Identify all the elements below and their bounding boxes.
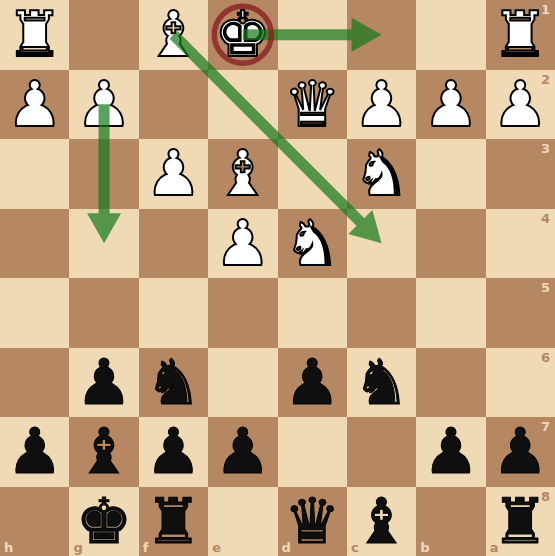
rank-label-8: 8 <box>541 490 550 503</box>
piece-black-bishop[interactable]: ♝ <box>353 490 409 553</box>
piece-black-knight[interactable]: ♞ <box>145 351 201 414</box>
rank-label-2: 2 <box>541 73 550 86</box>
square-a5[interactable]: 5 <box>486 278 555 348</box>
square-h8[interactable]: h <box>0 487 69 556</box>
square-e1[interactable]: ♚ <box>208 0 277 70</box>
square-f7[interactable]: ♟ <box>139 417 208 487</box>
square-g1[interactable] <box>69 0 138 70</box>
square-h7[interactable]: ♟ <box>0 417 69 487</box>
piece-white-pawn[interactable]: ♟ <box>353 73 409 136</box>
file-label-b: b <box>420 541 429 554</box>
square-f6[interactable]: ♞ <box>139 348 208 418</box>
file-label-d: d <box>282 541 291 554</box>
square-e5[interactable] <box>208 278 277 348</box>
piece-white-rook[interactable]: ♜ <box>6 3 62 66</box>
square-c2[interactable]: ♟ <box>347 70 416 140</box>
piece-black-rook[interactable]: ♜ <box>145 490 201 553</box>
square-c3[interactable]: ♞ <box>347 139 416 209</box>
chess-board: ♜♝♚♜1♟♟♛♟♟♟2♟♝♞3♟♞45♟♞♟♞6♟♝♟♟♟♟7h♚g♜fe♛d… <box>0 0 555 556</box>
file-label-a: a <box>490 541 499 554</box>
square-d5[interactable] <box>278 278 347 348</box>
piece-black-pawn[interactable]: ♟ <box>145 420 201 483</box>
square-g6[interactable]: ♟ <box>69 348 138 418</box>
square-h6[interactable] <box>0 348 69 418</box>
piece-white-pawn[interactable]: ♟ <box>145 142 201 205</box>
square-a7[interactable]: ♟7 <box>486 417 555 487</box>
piece-black-queen[interactable]: ♛ <box>284 490 340 553</box>
square-b5[interactable] <box>416 278 485 348</box>
square-h1[interactable]: ♜ <box>0 0 69 70</box>
rank-label-1: 1 <box>541 3 550 16</box>
square-a3[interactable]: 3 <box>486 139 555 209</box>
rank-label-5: 5 <box>541 281 550 294</box>
square-e2[interactable] <box>208 70 277 140</box>
square-g4[interactable] <box>69 209 138 279</box>
square-e8[interactable]: e <box>208 487 277 556</box>
square-f2[interactable] <box>139 70 208 140</box>
piece-black-pawn[interactable]: ♟ <box>215 420 271 483</box>
file-label-g: g <box>73 541 82 554</box>
square-c8[interactable]: ♝c <box>347 487 416 556</box>
piece-black-pawn[interactable]: ♟ <box>76 351 132 414</box>
square-c1[interactable] <box>347 0 416 70</box>
square-b1[interactable] <box>416 0 485 70</box>
square-d3[interactable] <box>278 139 347 209</box>
square-a6[interactable]: 6 <box>486 348 555 418</box>
square-c6[interactable]: ♞ <box>347 348 416 418</box>
square-g5[interactable] <box>69 278 138 348</box>
square-c7[interactable] <box>347 417 416 487</box>
piece-black-bishop[interactable]: ♝ <box>76 420 132 483</box>
square-g7[interactable]: ♝ <box>69 417 138 487</box>
square-g8[interactable]: ♚g <box>69 487 138 556</box>
square-d2[interactable]: ♛ <box>278 70 347 140</box>
square-e6[interactable] <box>208 348 277 418</box>
piece-black-pawn[interactable]: ♟ <box>284 351 340 414</box>
piece-black-pawn[interactable]: ♟ <box>423 420 479 483</box>
file-label-h: h <box>4 541 13 554</box>
file-label-c: c <box>351 541 359 554</box>
square-a8[interactable]: ♜8a <box>486 487 555 556</box>
file-label-f: f <box>143 541 149 554</box>
square-e3[interactable]: ♝ <box>208 139 277 209</box>
square-g2[interactable]: ♟ <box>69 70 138 140</box>
square-h5[interactable] <box>0 278 69 348</box>
square-f3[interactable]: ♟ <box>139 139 208 209</box>
square-e4[interactable]: ♟ <box>208 209 277 279</box>
square-b6[interactable] <box>416 348 485 418</box>
board-squares: ♜♝♚♜1♟♟♛♟♟♟2♟♝♞3♟♞45♟♞♟♞6♟♝♟♟♟♟7h♚g♜fe♛d… <box>0 0 555 556</box>
square-c5[interactable] <box>347 278 416 348</box>
piece-black-king[interactable]: ♚ <box>76 490 132 553</box>
square-d7[interactable] <box>278 417 347 487</box>
rank-label-7: 7 <box>541 420 550 433</box>
square-e7[interactable]: ♟ <box>208 417 277 487</box>
square-b7[interactable]: ♟ <box>416 417 485 487</box>
square-a4[interactable]: 4 <box>486 209 555 279</box>
square-g3[interactable] <box>69 139 138 209</box>
square-f4[interactable] <box>139 209 208 279</box>
piece-white-bishop[interactable]: ♝ <box>215 142 271 205</box>
square-f1[interactable]: ♝ <box>139 0 208 70</box>
square-d6[interactable]: ♟ <box>278 348 347 418</box>
square-d8[interactable]: ♛d <box>278 487 347 556</box>
piece-black-knight[interactable]: ♞ <box>353 351 409 414</box>
piece-white-knight[interactable]: ♞ <box>284 212 340 275</box>
square-f5[interactable] <box>139 278 208 348</box>
square-f8[interactable]: ♜f <box>139 487 208 556</box>
square-a1[interactable]: ♜1 <box>486 0 555 70</box>
square-h3[interactable] <box>0 139 69 209</box>
piece-white-pawn[interactable]: ♟ <box>215 212 271 275</box>
square-b8[interactable]: b <box>416 487 485 556</box>
square-b4[interactable] <box>416 209 485 279</box>
piece-white-knight[interactable]: ♞ <box>353 142 409 205</box>
square-b3[interactable] <box>416 139 485 209</box>
piece-white-king[interactable]: ♚ <box>215 3 271 66</box>
piece-black-pawn[interactable]: ♟ <box>6 420 62 483</box>
piece-white-bishop[interactable]: ♝ <box>145 3 201 66</box>
square-d1[interactable] <box>278 0 347 70</box>
square-h4[interactable] <box>0 209 69 279</box>
square-h2[interactable]: ♟ <box>0 70 69 140</box>
rank-label-6: 6 <box>541 351 550 364</box>
rank-label-3: 3 <box>541 142 550 155</box>
square-b2[interactable]: ♟ <box>416 70 485 140</box>
piece-white-pawn[interactable]: ♟ <box>76 73 132 136</box>
rank-label-4: 4 <box>541 212 550 225</box>
piece-white-queen[interactable]: ♛ <box>284 73 340 136</box>
square-a2[interactable]: ♟2 <box>486 70 555 140</box>
file-label-e: e <box>212 541 221 554</box>
piece-white-pawn[interactable]: ♟ <box>423 73 479 136</box>
square-c4[interactable] <box>347 209 416 279</box>
piece-white-pawn[interactable]: ♟ <box>6 73 62 136</box>
square-d4[interactable]: ♞ <box>278 209 347 279</box>
